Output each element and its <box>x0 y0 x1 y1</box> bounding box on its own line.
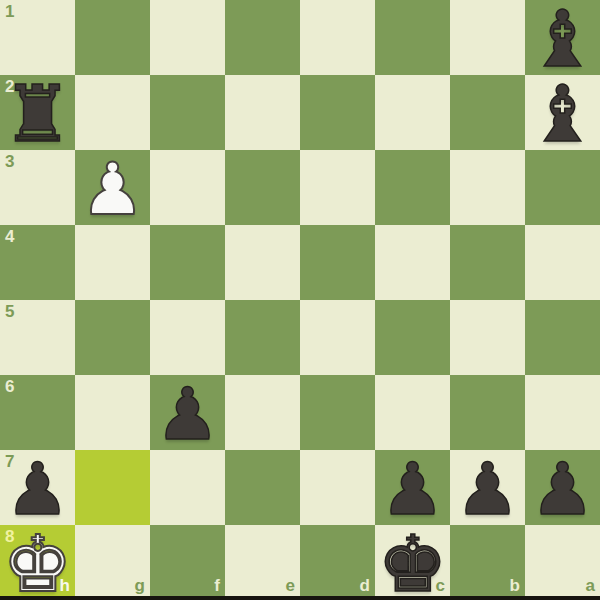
square-h1[interactable]: 1 <box>0 0 75 75</box>
square-d3[interactable] <box>300 150 375 225</box>
square-h5[interactable]: 5 <box>0 300 75 375</box>
square-b5[interactable] <box>450 300 525 375</box>
black-king[interactable]: ♚ <box>378 525 448 600</box>
square-c1[interactable] <box>375 0 450 75</box>
black-pawn[interactable]: ♟ <box>380 453 445 525</box>
square-e8[interactable]: e <box>225 525 300 600</box>
file-label-a: a <box>586 577 595 594</box>
square-f5[interactable] <box>150 300 225 375</box>
square-a6[interactable] <box>525 375 600 450</box>
rank-label-4: 4 <box>5 228 14 245</box>
square-b1[interactable] <box>450 0 525 75</box>
file-label-g: g <box>135 577 145 594</box>
white-king[interactable]: ♚ <box>3 525 73 600</box>
square-g4[interactable] <box>75 225 150 300</box>
square-d6[interactable] <box>300 375 375 450</box>
square-h4[interactable]: 4 <box>0 225 75 300</box>
square-g5[interactable] <box>75 300 150 375</box>
file-label-f: f <box>214 577 220 594</box>
rank-label-3: 3 <box>5 153 14 170</box>
square-g2[interactable] <box>75 75 150 150</box>
rank-label-6: 6 <box>5 378 14 395</box>
square-c6[interactable] <box>375 375 450 450</box>
square-h7[interactable]: 7♟ <box>0 450 75 525</box>
square-c5[interactable] <box>375 300 450 375</box>
chess-board: 1♝2♜♝3♟456♟7♟♟♟♟8h♚gfedc♚ba <box>0 0 600 600</box>
square-a5[interactable] <box>525 300 600 375</box>
black-pawn[interactable]: ♟ <box>5 453 70 525</box>
rank-label-5: 5 <box>5 303 14 320</box>
black-rook[interactable]: ♜ <box>3 75 73 153</box>
square-g3[interactable]: ♟ <box>75 150 150 225</box>
square-b2[interactable] <box>450 75 525 150</box>
square-a3[interactable] <box>525 150 600 225</box>
square-g1[interactable] <box>75 0 150 75</box>
square-f3[interactable] <box>150 150 225 225</box>
black-bishop[interactable]: ♝ <box>528 0 598 78</box>
square-b8[interactable]: b <box>450 525 525 600</box>
file-label-d: d <box>360 577 370 594</box>
square-b4[interactable] <box>450 225 525 300</box>
square-a8[interactable]: a <box>525 525 600 600</box>
square-c3[interactable] <box>375 150 450 225</box>
black-pawn[interactable]: ♟ <box>455 453 520 525</box>
square-d1[interactable] <box>300 0 375 75</box>
square-a7[interactable]: ♟ <box>525 450 600 525</box>
square-a2[interactable]: ♝ <box>525 75 600 150</box>
square-f8[interactable]: f <box>150 525 225 600</box>
square-h2[interactable]: 2♜ <box>0 75 75 150</box>
square-e2[interactable] <box>225 75 300 150</box>
square-f7[interactable] <box>150 450 225 525</box>
square-b6[interactable] <box>450 375 525 450</box>
black-pawn[interactable]: ♟ <box>530 453 595 525</box>
square-e5[interactable] <box>225 300 300 375</box>
square-e7[interactable] <box>225 450 300 525</box>
black-pawn[interactable]: ♟ <box>155 378 220 450</box>
square-f6[interactable]: ♟ <box>150 375 225 450</box>
square-c4[interactable] <box>375 225 450 300</box>
square-d4[interactable] <box>300 225 375 300</box>
square-h3[interactable]: 3 <box>0 150 75 225</box>
square-e3[interactable] <box>225 150 300 225</box>
square-f4[interactable] <box>150 225 225 300</box>
file-label-e: e <box>286 577 295 594</box>
rank-label-1: 1 <box>5 3 14 20</box>
square-g8[interactable]: g <box>75 525 150 600</box>
square-h8[interactable]: 8h♚ <box>0 525 75 600</box>
square-e6[interactable] <box>225 375 300 450</box>
black-bishop[interactable]: ♝ <box>528 75 598 153</box>
square-c2[interactable] <box>375 75 450 150</box>
square-a1[interactable]: ♝ <box>525 0 600 75</box>
square-d8[interactable]: d <box>300 525 375 600</box>
file-label-b: b <box>510 577 520 594</box>
square-d7[interactable] <box>300 450 375 525</box>
bottom-bar <box>0 596 600 600</box>
square-f2[interactable] <box>150 75 225 150</box>
square-h6[interactable]: 6 <box>0 375 75 450</box>
square-f1[interactable] <box>150 0 225 75</box>
square-c8[interactable]: c♚ <box>375 525 450 600</box>
square-c7[interactable]: ♟ <box>375 450 450 525</box>
square-d2[interactable] <box>300 75 375 150</box>
square-e4[interactable] <box>225 225 300 300</box>
square-d5[interactable] <box>300 300 375 375</box>
square-g7[interactable] <box>75 450 150 525</box>
square-a4[interactable] <box>525 225 600 300</box>
white-pawn[interactable]: ♟ <box>80 153 145 225</box>
square-b7[interactable]: ♟ <box>450 450 525 525</box>
square-g6[interactable] <box>75 375 150 450</box>
square-e1[interactable] <box>225 0 300 75</box>
square-b3[interactable] <box>450 150 525 225</box>
